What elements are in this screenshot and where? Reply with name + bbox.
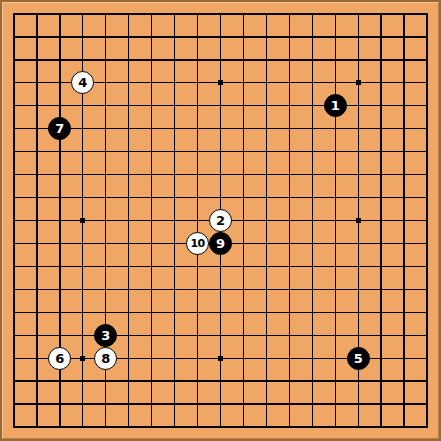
grid-line-vertical (243, 13, 244, 427)
grid-line-vertical (335, 13, 336, 427)
go-board[interactable]: 12345678910 (0, 0, 441, 441)
stone-black-5: 5 (347, 347, 370, 370)
move-number-label: 6 (55, 352, 64, 365)
stone-white-2: 2 (209, 209, 232, 232)
move-number-label: 1 (331, 99, 340, 112)
star-point (218, 356, 223, 361)
move-number-label: 7 (55, 122, 64, 135)
move-number-label: 4 (78, 76, 87, 89)
move-number-label: 2 (216, 214, 225, 227)
star-point (356, 218, 361, 223)
stone-black-7: 7 (48, 117, 71, 140)
star-point (218, 80, 223, 85)
stone-white-8: 8 (94, 347, 117, 370)
stone-white-6: 6 (48, 347, 71, 370)
move-number-label: 8 (101, 352, 110, 365)
grid-line-vertical (426, 13, 427, 427)
grid-line-vertical (380, 13, 381, 427)
grid-line-vertical (289, 13, 290, 427)
grid-line-horizontal (13, 403, 427, 404)
grid-line-horizontal (13, 335, 427, 336)
move-number-label: 9 (216, 237, 225, 250)
grid-line-vertical (403, 13, 404, 427)
grid-line-horizontal (13, 426, 427, 427)
grid-line-horizontal (13, 289, 427, 290)
grid-line-vertical (312, 13, 313, 427)
stone-black-1: 1 (324, 94, 347, 117)
grid-line-horizontal (13, 380, 427, 381)
move-number-label: 5 (354, 352, 363, 365)
grid-line-horizontal (13, 312, 427, 313)
grid-line-horizontal (13, 266, 427, 267)
stone-white-4: 4 (71, 71, 94, 94)
star-point (80, 356, 85, 361)
stone-black-3: 3 (94, 324, 117, 347)
stone-black-9: 9 (209, 232, 232, 255)
move-number-label: 10 (190, 238, 204, 249)
grid-line-vertical (266, 13, 267, 427)
stone-white-10: 10 (186, 232, 209, 255)
star-point (356, 80, 361, 85)
move-number-label: 3 (101, 329, 110, 342)
star-point (80, 218, 85, 223)
